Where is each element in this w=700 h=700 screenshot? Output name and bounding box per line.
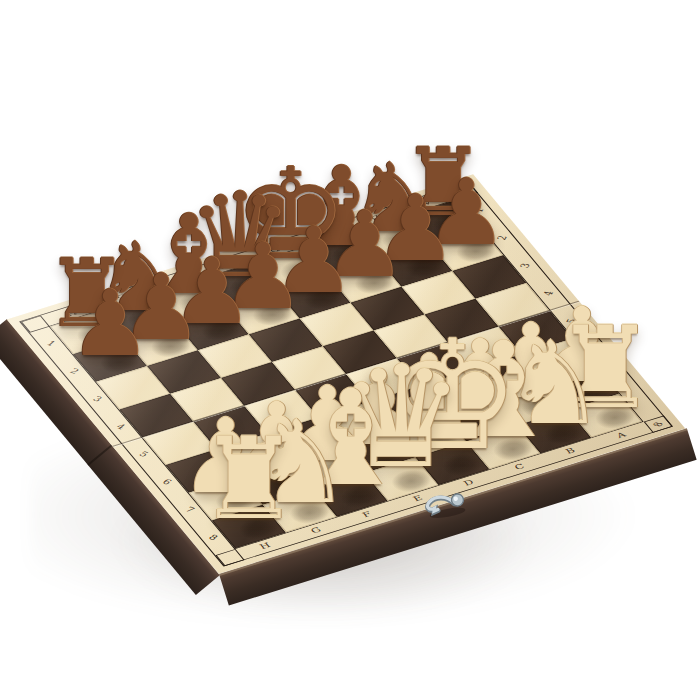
scene: 123456781234567HGFEDCBAHGFEDCBA8♜♞♝♚♛♝♞♜… bbox=[0, 0, 700, 700]
light-rook-icon: ♜ bbox=[198, 423, 299, 536]
dark-pawn-icon: ♟ bbox=[69, 278, 151, 369]
